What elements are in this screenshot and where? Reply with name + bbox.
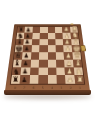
square [39,52,47,59]
front-coordinates: 87654321 [10,86,85,89]
square: ♟ [64,59,73,67]
coordinate-label: 1 [75,86,85,89]
square: ♟ [65,75,75,84]
black-rook: ♜ [11,76,20,84]
square [48,75,57,84]
brass-hinge-icon [70,23,73,25]
coordinate-label: 6 [29,86,38,89]
coordinate-label: 3 [57,86,66,89]
black-queen: ♛ [14,51,22,60]
board-scene: ♜♟♟♜♞♟♟♞♝♟♟♝♚♟♟♚♛♟♟♛♝♟♟♝♞♟♟♞♜♟♟♜ 8765432… [5,10,90,91]
square: ♜ [74,75,84,84]
white-bishop: ♝ [73,59,82,67]
square [38,75,47,84]
square [48,45,56,52]
square [39,59,48,67]
chess-set-photo: ♜♟♟♜♞♟♟♞♝♟♟♝♚♟♟♚♛♟♟♛♝♟♟♝♞♟♟♞♜♟♟♜ 8765432… [0,0,95,126]
board-frame: ♜♟♟♜♞♟♟♞♝♟♟♝♚♟♟♚♛♟♟♛♝♟♟♝♞♟♟♞♜♟♟♜ 8765432… [5,24,90,91]
white-king: ♚ [72,43,80,52]
coordinate-label: 2 [66,86,76,89]
square [30,59,39,67]
square: ♞ [73,67,83,75]
board-shadow [3,94,92,99]
black-bishop: ♝ [13,59,22,67]
square [29,75,38,84]
square [56,59,65,67]
coordinate-label: 7 [20,86,30,89]
square [48,67,57,75]
white-knight: ♞ [71,32,79,39]
square [30,67,39,75]
square [48,52,56,59]
black-knight: ♞ [16,32,24,39]
square [31,45,39,52]
square: ♚ [71,45,80,52]
white-queen: ♛ [73,51,81,60]
black-bishop: ♝ [16,38,24,46]
black-knight: ♞ [12,67,21,75]
black-pawn: ♟ [24,39,32,45]
square [39,45,47,52]
white-knight: ♞ [74,67,83,75]
coordinate-label: 4 [48,86,57,89]
square [31,52,40,59]
brass-clasp-icon [80,45,86,51]
square [39,67,48,75]
white-bishop: ♝ [71,38,79,46]
black-pawn: ♟ [20,77,29,84]
square: ♛ [72,52,81,59]
white-rook: ♜ [75,76,84,84]
coordinate-label: 5 [38,86,47,89]
black-king: ♚ [15,43,23,52]
square: ♝ [73,59,82,67]
coordinate-label: 8 [10,86,20,89]
board-grid: ♜♟♟♜♞♟♟♞♝♟♟♝♚♟♟♚♛♟♟♛♝♟♟♝♞♟♟♞♜♟♟♜ [11,27,84,84]
square [48,59,57,67]
square [56,75,65,84]
